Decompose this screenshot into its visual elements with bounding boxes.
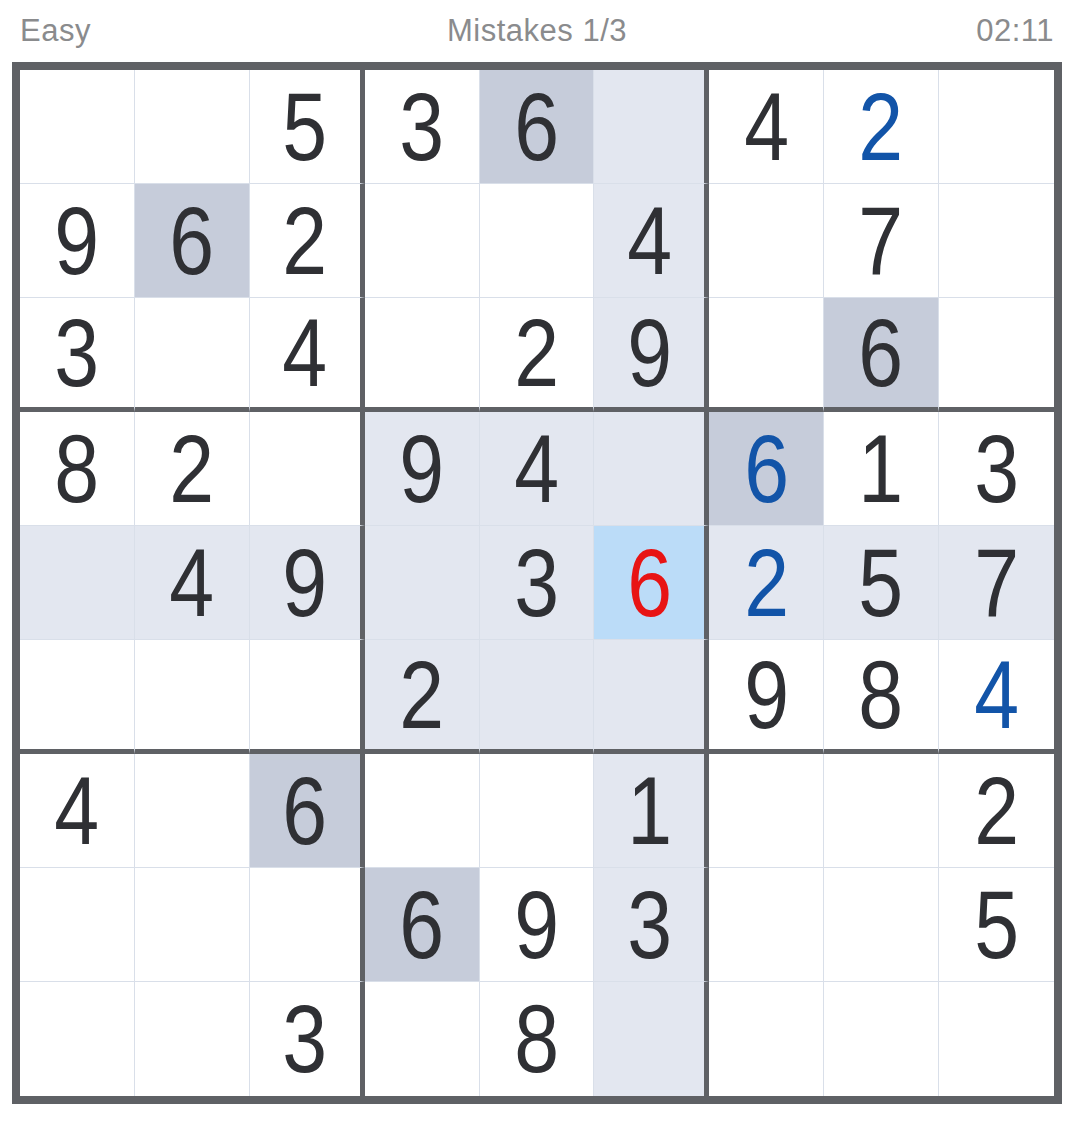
cell-digit: 2 <box>514 296 559 410</box>
cell-r1c4[interactable]: 3 <box>365 70 480 184</box>
status-bar: Easy Mistakes 1/3 02:11 <box>0 0 1074 62</box>
cell-r5c5[interactable]: 3 <box>480 526 595 640</box>
cell-r4c4[interactable]: 9 <box>365 412 480 526</box>
cell-digit: 6 <box>282 754 327 868</box>
cell-r3c4[interactable] <box>365 298 480 412</box>
cell-r7c1[interactable]: 4 <box>20 754 135 868</box>
cell-r2c3[interactable]: 2 <box>250 184 365 298</box>
cell-r2c4[interactable] <box>365 184 480 298</box>
cell-digit: 4 <box>169 526 214 640</box>
difficulty-label: Easy <box>20 13 324 49</box>
cell-r9c9[interactable] <box>939 982 1054 1096</box>
cell-digit: 2 <box>282 184 327 298</box>
cell-r6c3[interactable] <box>250 640 365 754</box>
cell-r5c4[interactable] <box>365 526 480 640</box>
cell-r1c2[interactable] <box>135 70 250 184</box>
cell-digit: 4 <box>55 754 100 868</box>
timer: 02:11 <box>750 13 1054 49</box>
cell-r5c2[interactable]: 4 <box>135 526 250 640</box>
cell-r9c5[interactable]: 8 <box>480 982 595 1096</box>
cell-digit: 3 <box>282 982 327 1096</box>
cell-r8c3[interactable] <box>250 868 365 982</box>
cell-digit: 8 <box>55 412 100 526</box>
cell-r7c5[interactable] <box>480 754 595 868</box>
cell-r6c8[interactable]: 8 <box>824 640 939 754</box>
cell-digit: 6 <box>399 868 444 982</box>
cell-r5c1[interactable] <box>20 526 135 640</box>
cell-r3c5[interactable]: 2 <box>480 298 595 412</box>
cell-r8c8[interactable] <box>824 868 939 982</box>
cell-r8c2[interactable] <box>135 868 250 982</box>
cell-r1c3[interactable]: 5 <box>250 70 365 184</box>
cell-digit: 4 <box>627 184 672 298</box>
cell-digit: 2 <box>974 754 1019 868</box>
board-container: 5364296247342968294613493625729844612693… <box>12 62 1062 1104</box>
cell-digit: 5 <box>859 526 904 640</box>
cell-r8c4[interactable]: 6 <box>365 868 480 982</box>
cell-digit: 9 <box>399 412 444 526</box>
cell-digit: 9 <box>282 526 327 640</box>
cell-r3c2[interactable] <box>135 298 250 412</box>
mistakes-counter: Mistakes 1/3 <box>324 13 750 49</box>
cell-r5c9[interactable]: 7 <box>939 526 1054 640</box>
cell-digit: 6 <box>169 184 214 298</box>
cell-digit: 2 <box>744 526 789 640</box>
cell-digit: 4 <box>974 638 1019 752</box>
cell-digit: 8 <box>514 982 559 1096</box>
cell-r4c5[interactable]: 4 <box>480 412 595 526</box>
cell-r3c7[interactable] <box>709 298 824 412</box>
cell-r2c5[interactable] <box>480 184 595 298</box>
cell-digit: 6 <box>627 526 672 640</box>
cell-digit: 7 <box>974 526 1019 640</box>
cell-r9c7[interactable] <box>709 982 824 1096</box>
cell-r4c8[interactable]: 1 <box>824 412 939 526</box>
cell-r2c7[interactable] <box>709 184 824 298</box>
cell-r1c7[interactable]: 4 <box>709 70 824 184</box>
cell-r9c4[interactable] <box>365 982 480 1096</box>
cell-digit: 9 <box>514 868 559 982</box>
cell-r1c1[interactable] <box>20 70 135 184</box>
cell-digit: 9 <box>744 638 789 752</box>
cell-r3c8[interactable]: 6 <box>824 298 939 412</box>
cell-r8c7[interactable] <box>709 868 824 982</box>
cell-r6c4[interactable]: 2 <box>365 640 480 754</box>
cell-r3c6[interactable]: 9 <box>594 298 709 412</box>
cell-r9c3[interactable]: 3 <box>250 982 365 1096</box>
cell-r8c6[interactable]: 3 <box>594 868 709 982</box>
cell-r2c8[interactable]: 7 <box>824 184 939 298</box>
cell-r2c9[interactable] <box>939 184 1054 298</box>
cell-digit: 7 <box>859 184 904 298</box>
cell-r1c8[interactable]: 2 <box>824 70 939 184</box>
cell-r8c9[interactable]: 5 <box>939 868 1054 982</box>
cell-digit: 1 <box>859 412 904 526</box>
cell-digit: 9 <box>55 184 100 298</box>
cell-r7c9[interactable]: 2 <box>939 754 1054 868</box>
cell-digit: 4 <box>744 70 789 184</box>
cell-r6c1[interactable] <box>20 640 135 754</box>
cell-r9c6[interactable] <box>594 982 709 1096</box>
cell-digit: 6 <box>514 70 559 184</box>
cell-digit: 3 <box>399 70 444 184</box>
cell-digit: 2 <box>169 412 214 526</box>
cell-r6c7[interactable]: 9 <box>709 640 824 754</box>
cell-r7c6[interactable]: 1 <box>594 754 709 868</box>
cell-r7c2[interactable] <box>135 754 250 868</box>
cell-r5c7[interactable]: 2 <box>709 526 824 640</box>
cell-r8c1[interactable] <box>20 868 135 982</box>
cell-r5c6[interactable]: 6 <box>594 526 709 640</box>
cell-r7c3[interactable]: 6 <box>250 754 365 868</box>
cell-r9c2[interactable] <box>135 982 250 1096</box>
cell-r8c5[interactable]: 9 <box>480 868 595 982</box>
cell-r5c8[interactable]: 5 <box>824 526 939 640</box>
cell-r9c8[interactable] <box>824 982 939 1096</box>
cell-r7c7[interactable] <box>709 754 824 868</box>
cell-digit: 6 <box>859 296 904 410</box>
cell-r3c9[interactable] <box>939 298 1054 412</box>
cell-r3c1[interactable]: 3 <box>20 298 135 412</box>
cell-digit: 3 <box>974 412 1019 526</box>
cell-r4c9[interactable]: 3 <box>939 412 1054 526</box>
cell-digit: 3 <box>627 868 672 982</box>
cell-digit: 2 <box>399 638 444 752</box>
cell-r6c6[interactable] <box>594 640 709 754</box>
cell-r5c3[interactable]: 9 <box>250 526 365 640</box>
cell-r2c6[interactable]: 4 <box>594 184 709 298</box>
cell-r6c2[interactable] <box>135 640 250 754</box>
cell-digit: 5 <box>282 70 327 184</box>
cell-digit: 5 <box>974 868 1019 982</box>
sudoku-board: 5364296247342968294613493625729844612693… <box>12 62 1062 1104</box>
cell-r2c1[interactable]: 9 <box>20 184 135 298</box>
cell-digit: 8 <box>859 638 904 752</box>
cell-digit: 3 <box>514 526 559 640</box>
cell-r6c5[interactable] <box>480 640 595 754</box>
cell-r3c3[interactable]: 4 <box>250 298 365 412</box>
cell-digit: 6 <box>744 412 789 526</box>
cell-r4c2[interactable]: 2 <box>135 412 250 526</box>
cell-r7c8[interactable] <box>824 754 939 868</box>
cell-digit: 9 <box>627 296 672 410</box>
cell-digit: 4 <box>282 296 327 410</box>
cell-r4c7[interactable]: 6 <box>709 412 824 526</box>
cell-r7c4[interactable] <box>365 754 480 868</box>
cell-r4c3[interactable] <box>250 412 365 526</box>
cell-r4c1[interactable]: 8 <box>20 412 135 526</box>
cell-digit: 4 <box>514 412 559 526</box>
cell-r6c9[interactable]: 4 <box>939 640 1054 754</box>
cell-digit: 3 <box>55 296 100 410</box>
cell-r1c9[interactable] <box>939 70 1054 184</box>
cell-r1c5[interactable]: 6 <box>480 70 595 184</box>
cell-digit: 2 <box>859 70 904 184</box>
cell-r1c6[interactable] <box>594 70 709 184</box>
cell-r4c6[interactable] <box>594 412 709 526</box>
cell-r9c1[interactable] <box>20 982 135 1096</box>
cell-r2c2[interactable]: 6 <box>135 184 250 298</box>
cell-digit: 1 <box>627 754 672 868</box>
